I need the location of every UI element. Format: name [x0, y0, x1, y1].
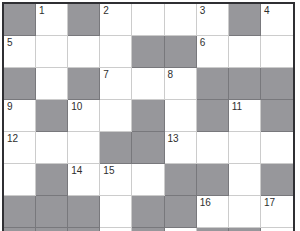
block-cell — [197, 100, 229, 132]
letter-cell[interactable] — [165, 100, 197, 132]
clue-number: 1 — [39, 5, 45, 16]
letter-cell[interactable] — [4, 164, 36, 196]
letter-cell[interactable] — [261, 36, 293, 68]
block-cell — [261, 164, 293, 196]
block-cell — [229, 68, 261, 100]
block-cell — [4, 68, 36, 100]
block-cell — [197, 68, 229, 100]
block-cell — [132, 228, 164, 231]
block-cell — [68, 228, 100, 231]
letter-cell[interactable]: 2 — [100, 4, 132, 36]
letter-cell[interactable] — [68, 132, 100, 164]
block-cell — [36, 100, 68, 132]
letter-cell[interactable] — [100, 100, 132, 132]
block-cell — [36, 228, 68, 231]
block-cell — [165, 36, 197, 68]
clue-number: 17 — [264, 197, 275, 208]
clue-number: 16 — [200, 197, 211, 208]
block-cell — [4, 196, 36, 228]
letter-cell[interactable]: 10 — [68, 100, 100, 132]
block-cell — [132, 36, 164, 68]
letter-cell[interactable]: 1 — [36, 4, 68, 36]
letter-cell[interactable] — [229, 164, 261, 196]
letter-cell[interactable] — [100, 36, 132, 68]
letter-cell[interactable] — [165, 4, 197, 36]
letter-cell[interactable]: 11 — [229, 100, 261, 132]
letter-cell[interactable] — [100, 228, 132, 231]
letter-cell[interactable]: 8 — [165, 68, 197, 100]
clue-number: 9 — [7, 101, 13, 112]
letter-cell[interactable] — [229, 196, 261, 228]
block-cell — [100, 132, 132, 164]
block-cell — [132, 132, 164, 164]
letter-cell[interactable] — [36, 36, 68, 68]
letter-cell[interactable] — [36, 68, 68, 100]
crossword-screen: 1234567891011121314151617 — [0, 0, 300, 231]
clue-number: 3 — [200, 5, 206, 16]
clue-number: 4 — [264, 5, 270, 16]
clue-number: 10 — [71, 101, 82, 112]
block-cell — [229, 4, 261, 36]
clue-number: 2 — [103, 5, 109, 16]
letter-cell[interactable]: 12 — [4, 132, 36, 164]
letter-cell[interactable]: 14 — [68, 164, 100, 196]
block-cell — [4, 228, 36, 231]
letter-cell[interactable] — [261, 228, 293, 231]
block-cell — [68, 68, 100, 100]
block-cell — [36, 164, 68, 196]
block-cell — [132, 196, 164, 228]
block-cell — [197, 228, 229, 231]
letter-cell[interactable] — [36, 132, 68, 164]
letter-cell[interactable]: 9 — [4, 100, 36, 132]
letter-cell[interactable] — [100, 196, 132, 228]
block-cell — [36, 196, 68, 228]
letter-cell[interactable]: 16 — [197, 196, 229, 228]
letter-cell[interactable] — [197, 132, 229, 164]
clue-number: 8 — [168, 69, 174, 80]
block-cell — [261, 100, 293, 132]
clue-number: 12 — [7, 133, 18, 144]
letter-cell[interactable] — [68, 36, 100, 68]
block-cell — [68, 196, 100, 228]
block-cell — [4, 4, 36, 36]
letter-cell[interactable] — [132, 164, 164, 196]
letter-cell[interactable]: 7 — [100, 68, 132, 100]
crossword-board: 1234567891011121314151617 — [4, 4, 293, 231]
letter-cell[interactable]: 17 — [261, 196, 293, 228]
block-cell — [165, 196, 197, 228]
clue-number: 13 — [168, 133, 179, 144]
letter-cell[interactable] — [229, 36, 261, 68]
letter-cell[interactable]: 13 — [165, 132, 197, 164]
letter-cell[interactable] — [261, 132, 293, 164]
letter-cell[interactable] — [132, 4, 164, 36]
clue-number: 14 — [71, 165, 82, 176]
clue-number: 15 — [103, 165, 114, 176]
block-cell — [197, 164, 229, 196]
clue-number: 6 — [200, 37, 206, 48]
letter-cell[interactable]: 15 — [100, 164, 132, 196]
block-cell — [132, 100, 164, 132]
letter-cell[interactable]: 3 — [197, 4, 229, 36]
letter-cell[interactable] — [229, 132, 261, 164]
block-cell — [68, 4, 100, 36]
letter-cell[interactable] — [165, 228, 197, 231]
clue-number: 11 — [232, 101, 242, 112]
letter-cell[interactable]: 5 — [4, 36, 36, 68]
letter-cell[interactable] — [132, 68, 164, 100]
block-cell — [165, 164, 197, 196]
block-cell — [261, 68, 293, 100]
block-cell — [229, 228, 261, 231]
clue-number: 5 — [7, 37, 13, 48]
clue-number: 7 — [103, 69, 109, 80]
letter-cell[interactable]: 4 — [261, 4, 293, 36]
letter-cell[interactable]: 6 — [197, 36, 229, 68]
crossword-board-frame: 1234567891011121314151617 — [2, 2, 295, 231]
